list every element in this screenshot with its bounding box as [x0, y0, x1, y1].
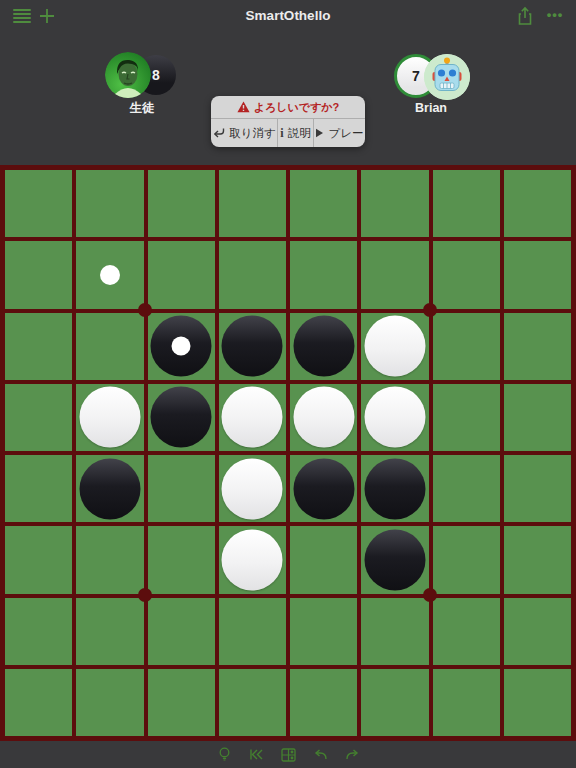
cell-c6[interactable] [148, 526, 215, 593]
warning-icon [237, 101, 250, 113]
explain-label: 説明 [288, 126, 311, 141]
star-point [138, 588, 152, 602]
disc-white [364, 387, 425, 448]
more-options-icon[interactable]: ••• [542, 4, 568, 26]
white-score: 7 [412, 68, 420, 84]
cell-d7[interactable] [219, 598, 286, 665]
cell-h2[interactable] [504, 241, 571, 308]
disc-black [293, 316, 354, 377]
app-title: SmartOthello [0, 8, 576, 23]
cell-b4[interactable] [76, 384, 143, 451]
undo-hook-icon [212, 127, 225, 139]
cell-b7[interactable] [76, 598, 143, 665]
cancel-button[interactable]: 取り消す [211, 119, 277, 147]
cell-f7[interactable] [361, 598, 428, 665]
black-score: 8 [152, 67, 160, 83]
hint-lightbulb-icon[interactable] [216, 747, 232, 763]
cell-a4[interactable] [5, 384, 72, 451]
cell-c8[interactable] [148, 669, 215, 736]
cell-g4[interactable] [433, 384, 500, 451]
player-right-avatar [424, 54, 470, 100]
player-left-name: 生徒 [130, 100, 155, 117]
cell-d2[interactable] [219, 241, 286, 308]
cell-a1[interactable] [5, 170, 72, 237]
cell-a3[interactable] [5, 313, 72, 380]
star-point [423, 588, 437, 602]
cell-h3[interactable] [504, 313, 571, 380]
cell-g8[interactable] [433, 669, 500, 736]
cell-d3[interactable] [219, 313, 286, 380]
cell-b3[interactable] [76, 313, 143, 380]
undo-icon[interactable] [312, 747, 328, 763]
play-icon [315, 128, 324, 138]
cell-f2[interactable] [361, 241, 428, 308]
cell-b6[interactable] [76, 526, 143, 593]
cell-b8[interactable] [76, 669, 143, 736]
disc-black [222, 316, 283, 377]
cell-e4[interactable] [290, 384, 357, 451]
smart-othello-app: SmartOthello ••• 8 [0, 0, 576, 768]
info-icon: i [280, 126, 283, 141]
cell-f3[interactable] [361, 313, 428, 380]
share-icon[interactable] [516, 6, 534, 26]
cell-f6[interactable] [361, 526, 428, 593]
cell-h7[interactable] [504, 598, 571, 665]
dialog-title-row: よろしいですか? [211, 96, 365, 119]
explain-button[interactable]: i 説明 [277, 119, 313, 147]
cell-h1[interactable] [504, 170, 571, 237]
cell-f8[interactable] [361, 669, 428, 736]
cell-a6[interactable] [5, 526, 72, 593]
cell-f5[interactable] [361, 455, 428, 522]
star-point [138, 303, 152, 317]
bottom-toolbar [0, 741, 576, 768]
cell-g1[interactable] [433, 170, 500, 237]
disc-white [293, 387, 354, 448]
dialog-buttons: 取り消す i 説明 プレー [211, 119, 365, 147]
disc-white [222, 529, 283, 590]
board-setup-icon[interactable] [280, 747, 296, 763]
cell-g2[interactable] [433, 241, 500, 308]
cell-e2[interactable] [290, 241, 357, 308]
cell-g6[interactable] [433, 526, 500, 593]
cell-f1[interactable] [361, 170, 428, 237]
player-left-avatar [105, 52, 151, 98]
cell-b5[interactable] [76, 455, 143, 522]
play-label: プレー [328, 126, 363, 141]
cell-e3[interactable] [290, 313, 357, 380]
cell-b1[interactable] [76, 170, 143, 237]
cell-c5[interactable] [148, 455, 215, 522]
disc-black [364, 529, 425, 590]
cell-a7[interactable] [5, 598, 72, 665]
cell-c1[interactable] [148, 170, 215, 237]
cancel-label: 取り消す [229, 126, 276, 141]
disc-white [79, 387, 140, 448]
disc-white [222, 387, 283, 448]
cell-e7[interactable] [290, 598, 357, 665]
disc-white [222, 458, 283, 519]
skip-to-start-icon[interactable] [248, 747, 264, 763]
disc-black [79, 458, 140, 519]
confirm-dialog: よろしいですか? 取り消す i 説明 プレー [211, 96, 365, 147]
cell-e5[interactable] [290, 455, 357, 522]
cell-g5[interactable] [433, 455, 500, 522]
star-point [423, 303, 437, 317]
disc-black [364, 458, 425, 519]
cell-c4[interactable] [148, 384, 215, 451]
player-right-name: Brian [415, 101, 447, 115]
cell-h5[interactable] [504, 455, 571, 522]
cell-d8[interactable] [219, 669, 286, 736]
cell-d5[interactable] [219, 455, 286, 522]
hint-move-dot [100, 265, 120, 285]
cell-d1[interactable] [219, 170, 286, 237]
cell-e6[interactable] [290, 526, 357, 593]
cell-g3[interactable] [433, 313, 500, 380]
play-button[interactable]: プレー [313, 119, 365, 147]
othello-board [0, 165, 576, 741]
cell-h6[interactable] [504, 526, 571, 593]
cell-c3[interactable] [148, 313, 215, 380]
disc-white [364, 316, 425, 377]
cell-e8[interactable] [290, 669, 357, 736]
cell-c7[interactable] [148, 598, 215, 665]
top-bar: SmartOthello ••• [0, 0, 576, 32]
cell-d6[interactable] [219, 526, 286, 593]
board-grid [0, 165, 576, 741]
cell-h8[interactable] [504, 669, 571, 736]
disc-black [151, 387, 212, 448]
last-move-dot [172, 337, 191, 356]
cell-h4[interactable] [504, 384, 571, 451]
cell-a2[interactable] [5, 241, 72, 308]
cell-e1[interactable] [290, 170, 357, 237]
cell-d4[interactable] [219, 384, 286, 451]
cell-a5[interactable] [5, 455, 72, 522]
cell-c2[interactable] [148, 241, 215, 308]
dialog-title: よろしいですか? [254, 100, 340, 115]
cell-b2[interactable] [76, 241, 143, 308]
cell-f4[interactable] [361, 384, 428, 451]
cell-a8[interactable] [5, 669, 72, 736]
cell-g7[interactable] [433, 598, 500, 665]
redo-icon[interactable] [344, 747, 360, 763]
disc-black [293, 458, 354, 519]
